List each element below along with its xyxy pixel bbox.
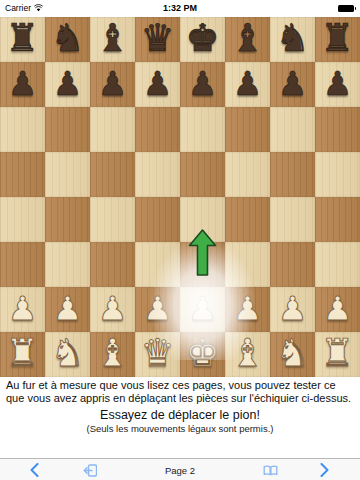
piece-white-bishop-c1[interactable]: ♝ — [95, 331, 129, 376]
piece-black-rook-a8[interactable]: ♜ — [5, 16, 39, 61]
square-e8[interactable]: ♚ — [180, 17, 225, 62]
square-f4[interactable] — [225, 197, 270, 242]
piece-white-pawn-a2[interactable]: ♟ — [8, 286, 38, 331]
square-b4[interactable] — [45, 197, 90, 242]
page-indicator: Page 2 — [0, 459, 360, 480]
piece-black-pawn-c7[interactable]: ♟ — [98, 61, 128, 106]
square-a4[interactable] — [0, 197, 45, 242]
piece-black-pawn-d7[interactable]: ♟ — [143, 61, 173, 106]
piece-black-pawn-e7[interactable]: ♟ — [188, 61, 218, 106]
square-d8[interactable]: ♛ — [135, 17, 180, 62]
piece-black-bishop-c8[interactable]: ♝ — [95, 16, 129, 61]
square-f7[interactable]: ♟ — [225, 62, 270, 107]
square-c4[interactable] — [90, 197, 135, 242]
square-g4[interactable] — [270, 197, 315, 242]
square-e4[interactable] — [180, 197, 225, 242]
square-e2[interactable]: ♟ — [180, 287, 225, 332]
chevron-left-icon — [30, 463, 39, 477]
piece-white-pawn-d2[interactable]: ♟ — [143, 286, 173, 331]
piece-white-pawn-f2[interactable]: ♟ — [233, 286, 263, 331]
next-page-button[interactable] — [314, 459, 334, 480]
square-b2[interactable]: ♟ — [45, 287, 90, 332]
bottom-toolbar: Page 2 — [0, 458, 360, 480]
square-h1[interactable]: ♜ — [315, 332, 360, 377]
square-a5[interactable] — [0, 152, 45, 197]
square-h6[interactable] — [315, 107, 360, 152]
square-a7[interactable]: ♟ — [0, 62, 45, 107]
open-book-icon — [263, 465, 278, 476]
battery-icon — [338, 5, 354, 12]
square-g2[interactable]: ♟ — [270, 287, 315, 332]
chess-board: ♜♞♝♛♚♝♞♜♟♟♟♟♟♟♟♟♟♟♟♟♟♟♟♟♜♞♝♛♚♝♞♜ — [0, 17, 360, 377]
square-d5[interactable] — [135, 152, 180, 197]
square-c5[interactable] — [90, 152, 135, 197]
square-e1[interactable]: ♚ — [180, 332, 225, 377]
app-screen: Carrier 1:32 PM ♜♞♝♛♚♝♞♜♟♟♟♟♟♟♟♟♟♟♟♟♟♟♟♟… — [0, 0, 360, 480]
table-of-contents-button[interactable] — [259, 459, 281, 480]
square-f8[interactable]: ♝ — [225, 17, 270, 62]
square-d3[interactable] — [135, 242, 180, 287]
square-g6[interactable] — [270, 107, 315, 152]
piece-black-pawn-f7[interactable]: ♟ — [233, 61, 263, 106]
square-g7[interactable]: ♟ — [270, 62, 315, 107]
square-a2[interactable]: ♟ — [0, 287, 45, 332]
previous-page-button[interactable] — [24, 459, 44, 480]
square-d6[interactable] — [135, 107, 180, 152]
piece-black-pawn-g7[interactable]: ♟ — [278, 61, 308, 106]
square-g5[interactable] — [270, 152, 315, 197]
chevron-right-icon — [320, 463, 329, 477]
square-d2[interactable]: ♟ — [135, 287, 180, 332]
square-d7[interactable]: ♟ — [135, 62, 180, 107]
square-c7[interactable]: ♟ — [90, 62, 135, 107]
square-b6[interactable] — [45, 107, 90, 152]
piece-white-pawn-e2[interactable]: ♟ — [188, 286, 218, 331]
square-h8[interactable]: ♜ — [315, 17, 360, 62]
square-a8[interactable]: ♜ — [0, 17, 45, 62]
piece-white-king-e1[interactable]: ♚ — [185, 331, 219, 376]
square-f3[interactable] — [225, 242, 270, 287]
square-b7[interactable]: ♟ — [45, 62, 90, 107]
square-h7[interactable]: ♟ — [315, 62, 360, 107]
piece-black-knight-b8[interactable]: ♞ — [50, 16, 84, 61]
piece-black-king-e8[interactable]: ♚ — [185, 16, 219, 61]
square-f2[interactable]: ♟ — [225, 287, 270, 332]
piece-black-queen-d8[interactable]: ♛ — [140, 16, 174, 61]
square-d4[interactable] — [135, 197, 180, 242]
piece-white-pawn-c2[interactable]: ♟ — [98, 286, 128, 331]
square-e7[interactable]: ♟ — [180, 62, 225, 107]
square-c6[interactable] — [90, 107, 135, 152]
piece-white-pawn-b2[interactable]: ♟ — [53, 286, 83, 331]
piece-white-pawn-h2[interactable]: ♟ — [323, 286, 353, 331]
piece-white-pawn-g2[interactable]: ♟ — [278, 286, 308, 331]
square-c3[interactable] — [90, 242, 135, 287]
square-d1[interactable]: ♛ — [135, 332, 180, 377]
piece-white-knight-g1[interactable]: ♞ — [275, 331, 309, 376]
square-c2[interactable]: ♟ — [90, 287, 135, 332]
piece-white-queen-d1[interactable]: ♛ — [140, 331, 174, 376]
piece-white-rook-a1[interactable]: ♜ — [5, 331, 39, 376]
square-c1[interactable]: ♝ — [90, 332, 135, 377]
piece-black-rook-h8[interactable]: ♜ — [320, 16, 354, 61]
instruction-block: Au fur et à mesure que vous lisez ces pa… — [0, 378, 360, 434]
square-h2[interactable]: ♟ — [315, 287, 360, 332]
square-f1[interactable]: ♝ — [225, 332, 270, 377]
square-a6[interactable] — [0, 107, 45, 152]
square-g3[interactable] — [270, 242, 315, 287]
square-b5[interactable] — [45, 152, 90, 197]
square-b3[interactable] — [45, 242, 90, 287]
lesson-paragraph: Au fur et à mesure que vous lisez ces pa… — [6, 379, 355, 406]
piece-black-pawn-h7[interactable]: ♟ — [323, 61, 353, 106]
square-h5[interactable] — [315, 152, 360, 197]
piece-white-bishop-f1[interactable]: ♝ — [230, 331, 264, 376]
piece-white-rook-h1[interactable]: ♜ — [320, 331, 354, 376]
square-c8[interactable]: ♝ — [90, 17, 135, 62]
square-e6[interactable] — [180, 107, 225, 152]
exit-reader-icon — [83, 464, 97, 477]
square-b1[interactable]: ♞ — [45, 332, 90, 377]
square-e3[interactable] — [180, 242, 225, 287]
piece-white-knight-b1[interactable]: ♞ — [50, 331, 84, 376]
square-a3[interactable] — [0, 242, 45, 287]
legal-moves-note: (Seuls les mouvements légaux sont permis… — [0, 423, 360, 434]
square-f5[interactable] — [225, 152, 270, 197]
square-b8[interactable]: ♞ — [45, 17, 90, 62]
clock: 1:32 PM — [0, 3, 360, 13]
square-h4[interactable] — [315, 197, 360, 242]
square-f6[interactable] — [225, 107, 270, 152]
square-a1[interactable]: ♜ — [0, 332, 45, 377]
square-g1[interactable]: ♞ — [270, 332, 315, 377]
square-e5[interactable] — [180, 152, 225, 197]
status-bar: Carrier 1:32 PM — [0, 0, 360, 17]
piece-black-knight-g8[interactable]: ♞ — [275, 16, 309, 61]
exit-reader-button[interactable] — [80, 459, 100, 480]
piece-black-bishop-f8[interactable]: ♝ — [230, 16, 264, 61]
piece-black-pawn-b7[interactable]: ♟ — [53, 61, 83, 106]
square-h3[interactable] — [315, 242, 360, 287]
piece-black-pawn-a7[interactable]: ♟ — [8, 61, 38, 106]
square-g8[interactable]: ♞ — [270, 17, 315, 62]
try-prompt: Essayez de déplacer le pion! — [0, 408, 360, 422]
